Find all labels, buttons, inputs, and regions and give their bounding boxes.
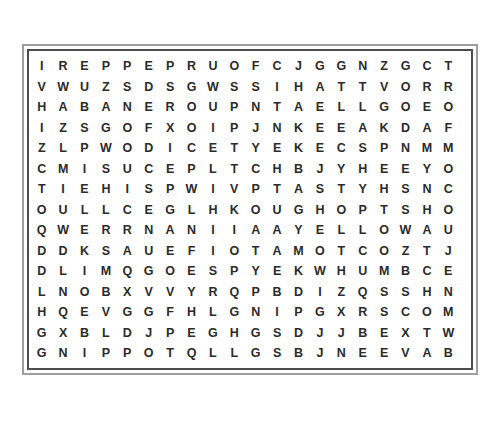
- grid-cell[interactable]: T: [416, 323, 437, 344]
- grid-cell[interactable]: I: [309, 282, 330, 303]
- grid-cell[interactable]: D: [395, 118, 416, 139]
- grid-cell[interactable]: L: [52, 261, 73, 282]
- grid-cell[interactable]: A: [245, 220, 266, 241]
- grid-cell[interactable]: P: [159, 323, 180, 344]
- grid-cell[interactable]: Y: [288, 220, 309, 241]
- grid-cell[interactable]: U: [52, 200, 73, 221]
- grid-cell[interactable]: N: [331, 343, 352, 364]
- grid-cell[interactable]: M: [52, 159, 73, 180]
- grid-cell[interactable]: P: [95, 56, 116, 77]
- grid-cell[interactable]: B: [266, 282, 287, 303]
- grid-cell[interactable]: C: [416, 56, 437, 77]
- grid-cell[interactable]: J: [331, 323, 352, 344]
- grid-cell[interactable]: V: [31, 77, 52, 98]
- grid-cell[interactable]: M: [288, 241, 309, 262]
- grid-cell[interactable]: Y: [181, 282, 202, 303]
- grid-cell[interactable]: T: [331, 179, 352, 200]
- grid-cell[interactable]: I: [266, 302, 287, 323]
- grid-cell[interactable]: S: [373, 282, 394, 303]
- grid-cell[interactable]: A: [117, 241, 138, 262]
- grid-cell[interactable]: S: [117, 77, 138, 98]
- grid-cell[interactable]: O: [373, 241, 394, 262]
- grid-cell[interactable]: N: [245, 302, 266, 323]
- grid-cell[interactable]: C: [416, 261, 437, 282]
- grid-cell[interactable]: G: [224, 302, 245, 323]
- grid-cell[interactable]: S: [74, 118, 95, 139]
- grid-cell[interactable]: D: [31, 241, 52, 262]
- grid-cell[interactable]: L: [331, 97, 352, 118]
- grid-cell[interactable]: P: [181, 159, 202, 180]
- grid-cell[interactable]: I: [202, 179, 223, 200]
- grid-cell[interactable]: E: [331, 118, 352, 139]
- grid-cell[interactable]: N: [181, 220, 202, 241]
- grid-cell[interactable]: A: [416, 220, 437, 241]
- grid-cell[interactable]: V: [224, 179, 245, 200]
- grid-cell[interactable]: F: [159, 302, 180, 323]
- grid-cell[interactable]: E: [74, 56, 95, 77]
- grid-cell[interactable]: U: [202, 56, 223, 77]
- grid-cell[interactable]: H: [31, 302, 52, 323]
- grid-cell[interactable]: O: [181, 97, 202, 118]
- grid-cell[interactable]: A: [52, 97, 73, 118]
- grid-cell[interactable]: T: [373, 200, 394, 221]
- grid-cell[interactable]: O: [224, 56, 245, 77]
- grid-cell[interactable]: X: [395, 323, 416, 344]
- grid-cell[interactable]: D: [52, 241, 73, 262]
- grid-cell[interactable]: I: [224, 220, 245, 241]
- grid-cell[interactable]: T: [266, 97, 287, 118]
- grid-cell[interactable]: P: [95, 343, 116, 364]
- grid-cell[interactable]: O: [224, 241, 245, 262]
- grid-cell[interactable]: I: [31, 56, 52, 77]
- grid-cell[interactable]: L: [181, 200, 202, 221]
- grid-cell[interactable]: C: [438, 179, 459, 200]
- grid-cell[interactable]: E: [138, 200, 159, 221]
- grid-cell[interactable]: O: [373, 220, 394, 241]
- grid-cell[interactable]: L: [202, 343, 223, 364]
- grid-cell[interactable]: N: [395, 138, 416, 159]
- grid-cell[interactable]: L: [331, 220, 352, 241]
- grid-cell[interactable]: O: [438, 97, 459, 118]
- grid-cell[interactable]: R: [52, 56, 73, 77]
- grid-cell[interactable]: O: [395, 97, 416, 118]
- grid-cell[interactable]: Y: [245, 138, 266, 159]
- grid-cell[interactable]: H: [416, 200, 437, 221]
- grid-cell[interactable]: I: [52, 179, 73, 200]
- grid-cell[interactable]: F: [138, 118, 159, 139]
- grid-cell[interactable]: H: [31, 97, 52, 118]
- grid-cell[interactable]: E: [181, 261, 202, 282]
- grid-cell[interactable]: P: [245, 282, 266, 303]
- grid-cell[interactable]: G: [117, 302, 138, 323]
- grid-cell[interactable]: T: [224, 159, 245, 180]
- grid-cell[interactable]: J: [309, 159, 330, 180]
- grid-cell[interactable]: T: [352, 77, 373, 98]
- grid-cell[interactable]: G: [373, 97, 394, 118]
- grid-cell[interactable]: W: [202, 77, 223, 98]
- grid-cell[interactable]: T: [159, 343, 180, 364]
- grid-cell[interactable]: O: [31, 200, 52, 221]
- grid-cell[interactable]: W: [438, 323, 459, 344]
- grid-cell[interactable]: L: [74, 200, 95, 221]
- grid-cell[interactable]: C: [117, 200, 138, 221]
- grid-cell[interactable]: E: [181, 323, 202, 344]
- grid-cell[interactable]: S: [245, 77, 266, 98]
- grid-cell[interactable]: X: [117, 282, 138, 303]
- grid-cell[interactable]: L: [95, 200, 116, 221]
- grid-cell[interactable]: G: [138, 302, 159, 323]
- grid-cell[interactable]: S: [138, 179, 159, 200]
- grid-cell[interactable]: B: [74, 97, 95, 118]
- grid-cell[interactable]: E: [159, 159, 180, 180]
- grid-cell[interactable]: X: [52, 323, 73, 344]
- grid-cell[interactable]: W: [52, 77, 73, 98]
- grid-cell[interactable]: P: [159, 56, 180, 77]
- grid-cell[interactable]: I: [117, 179, 138, 200]
- grid-cell[interactable]: H: [266, 159, 287, 180]
- grid-cell[interactable]: V: [159, 282, 180, 303]
- grid-cell[interactable]: L: [52, 138, 73, 159]
- grid-cell[interactable]: N: [416, 179, 437, 200]
- grid-cell[interactable]: E: [74, 220, 95, 241]
- grid-cell[interactable]: J: [288, 56, 309, 77]
- grid-cell[interactable]: Q: [181, 343, 202, 364]
- grid-cell[interactable]: E: [138, 97, 159, 118]
- grid-cell[interactable]: L: [95, 323, 116, 344]
- grid-cell[interactable]: E: [373, 323, 394, 344]
- grid-cell[interactable]: J: [438, 241, 459, 262]
- grid-cell[interactable]: C: [138, 159, 159, 180]
- grid-cell[interactable]: E: [266, 138, 287, 159]
- grid-cell[interactable]: K: [373, 118, 394, 139]
- grid-cell[interactable]: N: [266, 118, 287, 139]
- grid-cell[interactable]: U: [74, 77, 95, 98]
- grid-cell[interactable]: Y: [245, 261, 266, 282]
- grid-cell[interactable]: W: [395, 220, 416, 241]
- grid-cell[interactable]: T: [245, 241, 266, 262]
- grid-cell[interactable]: M: [373, 261, 394, 282]
- grid-cell[interactable]: E: [202, 138, 223, 159]
- grid-cell[interactable]: T: [331, 77, 352, 98]
- grid-cell[interactable]: H: [352, 159, 373, 180]
- grid-cell[interactable]: T: [266, 179, 287, 200]
- grid-cell[interactable]: B: [288, 343, 309, 364]
- grid-cell[interactable]: J: [138, 323, 159, 344]
- grid-cell[interactable]: E: [159, 241, 180, 262]
- grid-cell[interactable]: I: [31, 118, 52, 139]
- grid-cell[interactable]: R: [202, 282, 223, 303]
- grid-cell[interactable]: O: [181, 118, 202, 139]
- grid-cell[interactable]: M: [438, 302, 459, 323]
- grid-cell[interactable]: W: [52, 220, 73, 241]
- grid-cell[interactable]: L: [202, 159, 223, 180]
- grid-cell[interactable]: N: [138, 220, 159, 241]
- grid-cell[interactable]: O: [438, 200, 459, 221]
- grid-cell[interactable]: X: [331, 302, 352, 323]
- grid-cell[interactable]: G: [331, 56, 352, 77]
- grid-cell[interactable]: G: [245, 343, 266, 364]
- grid-cell[interactable]: B: [352, 323, 373, 344]
- grid-cell[interactable]: M: [438, 138, 459, 159]
- grid-cell[interactable]: S: [224, 77, 245, 98]
- grid-cell[interactable]: O: [395, 77, 416, 98]
- grid-cell[interactable]: B: [74, 323, 95, 344]
- grid-cell[interactable]: Q: [31, 220, 52, 241]
- grid-cell[interactable]: E: [395, 159, 416, 180]
- grid-cell[interactable]: R: [438, 77, 459, 98]
- grid-cell[interactable]: A: [266, 241, 287, 262]
- grid-cell[interactable]: S: [202, 261, 223, 282]
- grid-cell[interactable]: G: [138, 261, 159, 282]
- grid-cell[interactable]: P: [288, 302, 309, 323]
- grid-cell[interactable]: C: [331, 138, 352, 159]
- grid-cell[interactable]: C: [181, 138, 202, 159]
- grid-cell[interactable]: J: [309, 323, 330, 344]
- grid-cell[interactable]: B: [395, 261, 416, 282]
- grid-cell[interactable]: T: [31, 179, 52, 200]
- grid-cell[interactable]: U: [138, 241, 159, 262]
- grid-cell[interactable]: E: [416, 97, 437, 118]
- grid-cell[interactable]: Z: [331, 282, 352, 303]
- grid-cell[interactable]: N: [52, 343, 73, 364]
- grid-cell[interactable]: K: [224, 200, 245, 221]
- grid-cell[interactable]: U: [117, 159, 138, 180]
- grid-cell[interactable]: T: [438, 56, 459, 77]
- grid-cell[interactable]: Q: [352, 282, 373, 303]
- grid-cell[interactable]: H: [331, 261, 352, 282]
- grid-cell[interactable]: G: [245, 323, 266, 344]
- grid-cell[interactable]: O: [117, 138, 138, 159]
- grid-cell[interactable]: H: [373, 179, 394, 200]
- grid-cell[interactable]: Y: [352, 179, 373, 200]
- grid-cell[interactable]: O: [245, 200, 266, 221]
- grid-cell[interactable]: C: [266, 56, 287, 77]
- grid-cell[interactable]: P: [117, 56, 138, 77]
- grid-cell[interactable]: L: [352, 97, 373, 118]
- grid-cell[interactable]: Z: [95, 77, 116, 98]
- grid-cell[interactable]: P: [245, 179, 266, 200]
- grid-cell[interactable]: D: [138, 138, 159, 159]
- grid-cell[interactable]: T: [224, 138, 245, 159]
- grid-cell[interactable]: H: [224, 323, 245, 344]
- grid-cell[interactable]: V: [138, 282, 159, 303]
- grid-cell[interactable]: L: [224, 343, 245, 364]
- grid-cell[interactable]: R: [181, 56, 202, 77]
- grid-cell[interactable]: H: [309, 200, 330, 221]
- grid-cell[interactable]: E: [438, 261, 459, 282]
- grid-cell[interactable]: G: [309, 56, 330, 77]
- grid-cell[interactable]: I: [202, 220, 223, 241]
- grid-cell[interactable]: Q: [117, 261, 138, 282]
- grid-cell[interactable]: I: [202, 118, 223, 139]
- grid-cell[interactable]: Q: [224, 282, 245, 303]
- grid-cell[interactable]: T: [416, 241, 437, 262]
- grid-cell[interactable]: H: [416, 282, 437, 303]
- grid-cell[interactable]: G: [181, 77, 202, 98]
- grid-cell[interactable]: Y: [331, 159, 352, 180]
- grid-cell[interactable]: Q: [52, 302, 73, 323]
- grid-cell[interactable]: A: [288, 97, 309, 118]
- grid-cell[interactable]: X: [159, 118, 180, 139]
- grid-cell[interactable]: E: [309, 138, 330, 159]
- grid-cell[interactable]: L: [202, 302, 223, 323]
- grid-cell[interactable]: S: [95, 159, 116, 180]
- grid-cell[interactable]: R: [117, 220, 138, 241]
- grid-cell[interactable]: P: [224, 118, 245, 139]
- grid-cell[interactable]: C: [395, 302, 416, 323]
- grid-cell[interactable]: Z: [31, 138, 52, 159]
- grid-cell[interactable]: A: [309, 77, 330, 98]
- grid-cell[interactable]: Z: [395, 241, 416, 262]
- grid-cell[interactable]: R: [416, 77, 437, 98]
- grid-cell[interactable]: H: [202, 200, 223, 221]
- grid-cell[interactable]: P: [74, 138, 95, 159]
- grid-cell[interactable]: S: [266, 343, 287, 364]
- grid-cell[interactable]: G: [395, 56, 416, 77]
- grid-cell[interactable]: O: [159, 261, 180, 282]
- grid-cell[interactable]: C: [31, 159, 52, 180]
- grid-cell[interactable]: P: [159, 179, 180, 200]
- grid-cell[interactable]: N: [352, 56, 373, 77]
- grid-cell[interactable]: A: [352, 118, 373, 139]
- grid-cell[interactable]: B: [95, 282, 116, 303]
- grid-cell[interactable]: E: [373, 343, 394, 364]
- grid-cell[interactable]: S: [159, 77, 180, 98]
- grid-cell[interactable]: P: [224, 261, 245, 282]
- grid-cell[interactable]: S: [395, 200, 416, 221]
- grid-cell[interactable]: T: [331, 241, 352, 262]
- grid-cell[interactable]: E: [74, 302, 95, 323]
- grid-cell[interactable]: A: [288, 179, 309, 200]
- grid-cell[interactable]: U: [438, 220, 459, 241]
- grid-cell[interactable]: E: [352, 343, 373, 364]
- grid-cell[interactable]: S: [395, 179, 416, 200]
- grid-cell[interactable]: P: [224, 97, 245, 118]
- grid-cell[interactable]: K: [288, 261, 309, 282]
- grid-cell[interactable]: I: [202, 241, 223, 262]
- grid-cell[interactable]: B: [288, 159, 309, 180]
- grid-cell[interactable]: U: [266, 200, 287, 221]
- grid-cell[interactable]: G: [309, 302, 330, 323]
- grid-cell[interactable]: H: [181, 302, 202, 323]
- grid-cell[interactable]: D: [138, 77, 159, 98]
- grid-cell[interactable]: S: [352, 138, 373, 159]
- grid-cell[interactable]: N: [245, 97, 266, 118]
- grid-cell[interactable]: G: [159, 200, 180, 221]
- grid-cell[interactable]: N: [438, 282, 459, 303]
- grid-cell[interactable]: V: [373, 77, 394, 98]
- grid-cell[interactable]: A: [159, 220, 180, 241]
- grid-cell[interactable]: S: [95, 241, 116, 262]
- grid-cell[interactable]: O: [117, 118, 138, 139]
- grid-cell[interactable]: O: [331, 200, 352, 221]
- grid-cell[interactable]: M: [95, 261, 116, 282]
- word-search-grid[interactable]: IREPPEPRUOFCJGGNZGCTVWUZSDSGWSSIHATTVORR…: [29, 51, 471, 368]
- grid-cell[interactable]: D: [288, 323, 309, 344]
- grid-cell[interactable]: J: [309, 343, 330, 364]
- grid-cell[interactable]: A: [95, 97, 116, 118]
- grid-cell[interactable]: F: [245, 56, 266, 77]
- grid-cell[interactable]: E: [138, 56, 159, 77]
- grid-cell[interactable]: G: [95, 118, 116, 139]
- grid-cell[interactable]: O: [416, 302, 437, 323]
- grid-cell[interactable]: K: [288, 118, 309, 139]
- grid-cell[interactable]: G: [202, 323, 223, 344]
- grid-cell[interactable]: M: [416, 138, 437, 159]
- grid-cell[interactable]: J: [245, 118, 266, 139]
- grid-cell[interactable]: K: [74, 241, 95, 262]
- grid-cell[interactable]: U: [352, 261, 373, 282]
- grid-cell[interactable]: C: [352, 241, 373, 262]
- grid-cell[interactable]: I: [74, 159, 95, 180]
- grid-cell[interactable]: O: [74, 282, 95, 303]
- grid-cell[interactable]: G: [31, 323, 52, 344]
- grid-cell[interactable]: N: [117, 97, 138, 118]
- grid-cell[interactable]: Z: [373, 56, 394, 77]
- grid-cell[interactable]: W: [95, 138, 116, 159]
- grid-cell[interactable]: R: [95, 220, 116, 241]
- grid-cell[interactable]: A: [266, 220, 287, 241]
- grid-cell[interactable]: E: [266, 261, 287, 282]
- grid-cell[interactable]: D: [31, 261, 52, 282]
- grid-cell[interactable]: G: [288, 200, 309, 221]
- grid-cell[interactable]: N: [52, 282, 73, 303]
- grid-cell[interactable]: B: [438, 343, 459, 364]
- grid-cell[interactable]: R: [352, 302, 373, 323]
- grid-cell[interactable]: V: [395, 343, 416, 364]
- grid-cell[interactable]: I: [159, 138, 180, 159]
- grid-cell[interactable]: P: [117, 343, 138, 364]
- grid-cell[interactable]: L: [352, 220, 373, 241]
- grid-cell[interactable]: F: [181, 241, 202, 262]
- grid-cell[interactable]: O: [138, 343, 159, 364]
- grid-cell[interactable]: W: [309, 261, 330, 282]
- grid-cell[interactable]: P: [373, 138, 394, 159]
- grid-cell[interactable]: A: [416, 118, 437, 139]
- grid-cell[interactable]: H: [288, 77, 309, 98]
- grid-cell[interactable]: I: [74, 343, 95, 364]
- grid-cell[interactable]: D: [117, 323, 138, 344]
- grid-cell[interactable]: U: [202, 97, 223, 118]
- grid-cell[interactable]: P: [352, 200, 373, 221]
- grid-cell[interactable]: I: [74, 261, 95, 282]
- grid-cell[interactable]: Z: [52, 118, 73, 139]
- grid-cell[interactable]: D: [288, 282, 309, 303]
- grid-cell[interactable]: R: [159, 97, 180, 118]
- grid-cell[interactable]: S: [266, 323, 287, 344]
- grid-cell[interactable]: A: [416, 343, 437, 364]
- grid-cell[interactable]: E: [309, 220, 330, 241]
- grid-cell[interactable]: S: [395, 282, 416, 303]
- grid-cell[interactable]: E: [309, 118, 330, 139]
- grid-cell[interactable]: E: [74, 179, 95, 200]
- grid-cell[interactable]: G: [31, 343, 52, 364]
- grid-cell[interactable]: L: [31, 282, 52, 303]
- grid-cell[interactable]: W: [181, 179, 202, 200]
- grid-cell[interactable]: F: [438, 118, 459, 139]
- grid-cell[interactable]: O: [309, 241, 330, 262]
- grid-cell[interactable]: V: [95, 302, 116, 323]
- grid-cell[interactable]: S: [309, 179, 330, 200]
- grid-cell[interactable]: C: [245, 159, 266, 180]
- grid-cell[interactable]: Y: [416, 159, 437, 180]
- grid-cell[interactable]: K: [288, 138, 309, 159]
- grid-cell[interactable]: E: [309, 97, 330, 118]
- grid-cell[interactable]: E: [373, 159, 394, 180]
- grid-cell[interactable]: H: [95, 179, 116, 200]
- grid-cell[interactable]: O: [438, 159, 459, 180]
- grid-cell[interactable]: S: [373, 302, 394, 323]
